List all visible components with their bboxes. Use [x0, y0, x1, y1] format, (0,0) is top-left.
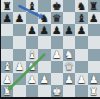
square-a1[interactable]: ♜ [1, 85, 13, 97]
square-b6[interactable] [13, 24, 25, 36]
piece-black-pawn[interactable]: ♟ [89, 13, 98, 24]
square-f8[interactable] [63, 0, 75, 12]
square-d3[interactable] [38, 61, 50, 73]
square-h7[interactable]: ♟ [88, 12, 100, 24]
square-d5[interactable] [38, 36, 50, 48]
square-a4[interactable] [1, 49, 13, 61]
piece-black-king[interactable]: ♚ [52, 1, 61, 12]
piece-white-bishop[interactable]: ♝ [27, 49, 36, 60]
square-e8[interactable]: ♚ [51, 0, 63, 12]
piece-black-bishop[interactable]: ♝ [77, 13, 86, 24]
piece-white-pawn[interactable]: ♟ [89, 74, 98, 85]
square-h5[interactable] [88, 36, 100, 48]
chess-app-window: ♜♝♚♞♜♟♟♞♛♝♟♟♟♟♟♟♝♟♞♝♟♞♛♟♟♟♟♟♟♜♚♜ [0, 0, 100, 99]
square-b2[interactable] [13, 73, 25, 85]
piece-black-knight[interactable]: ♞ [77, 1, 86, 12]
square-e2[interactable] [51, 73, 63, 85]
square-g1[interactable] [75, 85, 87, 97]
piece-white-knight[interactable]: ♞ [64, 49, 73, 60]
square-a5[interactable] [1, 36, 13, 48]
piece-black-pawn[interactable]: ♟ [27, 25, 36, 36]
piece-black-rook[interactable]: ♜ [89, 1, 98, 12]
square-c4[interactable]: ♝ [26, 49, 38, 61]
piece-black-bishop[interactable]: ♝ [27, 1, 36, 12]
square-b5[interactable] [13, 36, 25, 48]
square-f1[interactable] [63, 85, 75, 97]
piece-black-pawn[interactable]: ♟ [77, 25, 86, 36]
square-c7[interactable] [26, 12, 38, 24]
square-g7[interactable]: ♝ [75, 12, 87, 24]
square-e1[interactable]: ♚ [51, 85, 63, 97]
square-g8[interactable]: ♞ [75, 0, 87, 12]
piece-black-knight[interactable]: ♞ [40, 13, 49, 24]
piece-black-queen[interactable]: ♛ [52, 13, 61, 24]
piece-white-rook[interactable]: ♜ [89, 86, 98, 97]
square-f3[interactable]: ♛ [63, 61, 75, 73]
piece-white-knight[interactable]: ♞ [27, 61, 36, 72]
square-c5[interactable] [26, 36, 38, 48]
square-b3[interactable]: ♟ [13, 61, 25, 73]
square-h4[interactable] [88, 49, 100, 61]
piece-white-queen[interactable]: ♛ [64, 61, 73, 72]
square-a2[interactable]: ♟ [1, 73, 13, 85]
piece-black-pawn[interactable]: ♟ [40, 25, 49, 36]
square-e4[interactable]: ♟ [51, 49, 63, 61]
square-e7[interactable]: ♛ [51, 12, 63, 24]
piece-white-pawn[interactable]: ♟ [40, 74, 49, 85]
square-g3[interactable] [75, 61, 87, 73]
piece-black-rook[interactable]: ♜ [2, 1, 11, 12]
square-h3[interactable] [88, 61, 100, 73]
piece-white-bishop[interactable]: ♝ [2, 61, 11, 72]
square-c8[interactable]: ♝ [26, 0, 38, 12]
piece-white-pawn[interactable]: ♟ [77, 74, 86, 85]
square-h1[interactable]: ♜ [88, 85, 100, 97]
square-g4[interactable] [75, 49, 87, 61]
square-c2[interactable]: ♟ [26, 73, 38, 85]
piece-white-pawn[interactable]: ♟ [27, 74, 36, 85]
square-h2[interactable]: ♟ [88, 73, 100, 85]
square-f4[interactable]: ♞ [63, 49, 75, 61]
square-b8[interactable] [13, 0, 25, 12]
chess-board[interactable]: ♜♝♚♞♜♟♟♞♛♝♟♟♟♟♟♟♝♟♞♝♟♞♛♟♟♟♟♟♟♜♚♜ [1, 0, 100, 97]
piece-white-king[interactable]: ♚ [52, 86, 61, 97]
square-f2[interactable]: ♟ [63, 73, 75, 85]
square-d4[interactable] [38, 49, 50, 61]
square-b7[interactable]: ♟ [13, 12, 25, 24]
square-e5[interactable] [51, 36, 63, 48]
square-d6[interactable]: ♟ [38, 24, 50, 36]
square-e3[interactable] [51, 61, 63, 73]
square-a7[interactable]: ♟ [1, 12, 13, 24]
square-d1[interactable] [38, 85, 50, 97]
square-f5[interactable] [63, 36, 75, 48]
square-b4[interactable] [13, 49, 25, 61]
square-d7[interactable]: ♞ [38, 12, 50, 24]
square-g5[interactable] [75, 36, 87, 48]
square-a8[interactable]: ♜ [1, 0, 13, 12]
piece-white-rook[interactable]: ♜ [2, 86, 11, 97]
piece-black-pawn[interactable]: ♟ [52, 25, 61, 36]
piece-black-pawn[interactable]: ♟ [64, 25, 73, 36]
square-c1[interactable] [26, 85, 38, 97]
square-g2[interactable]: ♟ [75, 73, 87, 85]
square-b1[interactable] [13, 85, 25, 97]
square-g6[interactable]: ♟ [75, 24, 87, 36]
piece-white-pawn[interactable]: ♟ [2, 74, 11, 85]
square-c3[interactable]: ♞ [26, 61, 38, 73]
square-c6[interactable]: ♟ [26, 24, 38, 36]
square-e6[interactable]: ♟ [51, 24, 63, 36]
square-h6[interactable] [88, 24, 100, 36]
square-a3[interactable]: ♝ [1, 61, 13, 73]
square-d8[interactable] [38, 0, 50, 12]
piece-black-pawn[interactable]: ♟ [2, 13, 11, 24]
square-f7[interactable] [63, 12, 75, 24]
piece-white-pawn[interactable]: ♟ [15, 61, 24, 72]
square-h8[interactable]: ♜ [88, 0, 100, 12]
piece-white-pawn[interactable]: ♟ [52, 49, 61, 60]
square-a6[interactable] [1, 24, 13, 36]
piece-white-pawn[interactable]: ♟ [64, 74, 73, 85]
piece-black-pawn[interactable]: ♟ [15, 13, 24, 24]
square-f6[interactable]: ♟ [63, 24, 75, 36]
square-d2[interactable]: ♟ [38, 73, 50, 85]
